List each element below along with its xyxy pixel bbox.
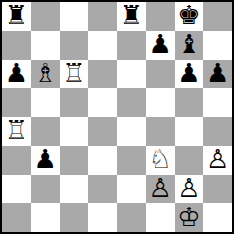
square-a7[interactable] (2, 31, 31, 60)
square-h8[interactable] (203, 2, 232, 31)
square-a1[interactable] (2, 203, 31, 232)
square-g7[interactable]: ♝ (175, 31, 204, 60)
square-c3[interactable] (60, 146, 89, 175)
square-a2[interactable] (2, 175, 31, 204)
black-pawn-icon: ♟ (177, 60, 200, 86)
square-a5[interactable] (2, 88, 31, 117)
square-d4[interactable] (88, 117, 117, 146)
square-g2[interactable]: ♙ (175, 175, 204, 204)
white-rook-icon: ♖ (62, 60, 85, 86)
white-rook-icon: ♖ (5, 117, 28, 143)
square-b6[interactable]: ♗ (31, 60, 60, 89)
square-f7[interactable]: ♟ (146, 31, 175, 60)
square-d5[interactable] (88, 88, 117, 117)
square-d7[interactable] (88, 31, 117, 60)
square-h5[interactable] (203, 88, 232, 117)
square-a8[interactable]: ♜ (2, 2, 31, 31)
square-e5[interactable] (117, 88, 146, 117)
black-king-icon: ♚ (177, 2, 200, 28)
square-a3[interactable] (2, 146, 31, 175)
square-c5[interactable] (60, 88, 89, 117)
square-h4[interactable] (203, 117, 232, 146)
square-e7[interactable] (117, 31, 146, 60)
white-knight-icon: ♘ (148, 146, 171, 172)
square-h3[interactable]: ♙ (203, 146, 232, 175)
chessboard: ♜♜♚♟♝♟♗♖♟♟♖♟♘♙♙♙♔ (0, 0, 234, 234)
black-rook-icon: ♜ (5, 2, 28, 28)
square-e3[interactable] (117, 146, 146, 175)
square-f2[interactable]: ♙ (146, 175, 175, 204)
square-f5[interactable] (146, 88, 175, 117)
square-b7[interactable] (31, 31, 60, 60)
square-h2[interactable] (203, 175, 232, 204)
square-d3[interactable] (88, 146, 117, 175)
square-e4[interactable] (117, 117, 146, 146)
black-pawn-icon: ♟ (148, 31, 171, 57)
square-e1[interactable] (117, 203, 146, 232)
square-c1[interactable] (60, 203, 89, 232)
black-pawn-icon: ♟ (5, 60, 28, 86)
square-f3[interactable]: ♘ (146, 146, 175, 175)
white-king-icon: ♔ (177, 204, 200, 230)
square-h6[interactable]: ♟ (203, 60, 232, 89)
square-d1[interactable] (88, 203, 117, 232)
square-g6[interactable]: ♟ (175, 60, 204, 89)
square-b5[interactable] (31, 88, 60, 117)
square-d2[interactable] (88, 175, 117, 204)
square-c8[interactable] (60, 2, 89, 31)
square-g1[interactable]: ♔ (175, 203, 204, 232)
square-b1[interactable] (31, 203, 60, 232)
white-pawn-icon: ♙ (177, 175, 200, 201)
square-c7[interactable] (60, 31, 89, 60)
square-g4[interactable] (175, 117, 204, 146)
chessboard-grid: ♜♜♚♟♝♟♗♖♟♟♖♟♘♙♙♙♔ (2, 2, 232, 232)
square-c6[interactable]: ♖ (60, 60, 89, 89)
square-g3[interactable] (175, 146, 204, 175)
square-d8[interactable] (88, 2, 117, 31)
square-d6[interactable] (88, 60, 117, 89)
square-e2[interactable] (117, 175, 146, 204)
square-b4[interactable] (31, 117, 60, 146)
black-pawn-icon: ♟ (206, 60, 229, 86)
white-pawn-icon: ♙ (206, 146, 229, 172)
black-bishop-icon: ♝ (177, 31, 200, 57)
white-bishop-icon: ♗ (33, 60, 56, 86)
black-rook-icon: ♜ (120, 2, 143, 28)
square-c2[interactable] (60, 175, 89, 204)
square-h7[interactable] (203, 31, 232, 60)
square-f6[interactable] (146, 60, 175, 89)
square-h1[interactable] (203, 203, 232, 232)
square-e6[interactable] (117, 60, 146, 89)
square-b2[interactable] (31, 175, 60, 204)
square-a6[interactable]: ♟ (2, 60, 31, 89)
square-c4[interactable] (60, 117, 89, 146)
square-g8[interactable]: ♚ (175, 2, 204, 31)
square-e8[interactable]: ♜ (117, 2, 146, 31)
square-b3[interactable]: ♟ (31, 146, 60, 175)
white-pawn-icon: ♙ (148, 175, 171, 201)
black-pawn-icon: ♟ (33, 146, 56, 172)
square-b8[interactable] (31, 2, 60, 31)
square-a4[interactable]: ♖ (2, 117, 31, 146)
square-f1[interactable] (146, 203, 175, 232)
square-f4[interactable] (146, 117, 175, 146)
square-g5[interactable] (175, 88, 204, 117)
square-f8[interactable] (146, 2, 175, 31)
